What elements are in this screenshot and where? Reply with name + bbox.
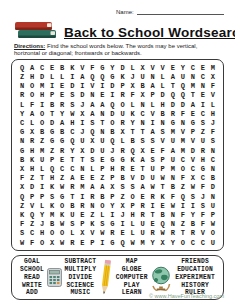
grid-cell: R bbox=[138, 201, 148, 210]
grid-cell: L bbox=[17, 100, 27, 109]
word-item: MULTIPLY bbox=[64, 266, 96, 274]
grid-cell: W bbox=[148, 183, 158, 192]
grid-cell: N bbox=[138, 118, 148, 127]
grid-cell: V bbox=[198, 229, 208, 238]
grid-cell: L bbox=[148, 100, 158, 109]
grid-cell: F bbox=[208, 128, 218, 137]
grid-cell: W bbox=[97, 229, 107, 238]
grid-cell: E bbox=[198, 63, 208, 72]
grid-cell: Z bbox=[47, 146, 57, 155]
grid-cell: A bbox=[87, 109, 97, 118]
grid-cell: P bbox=[158, 155, 168, 164]
grid-cell: Q bbox=[87, 128, 97, 137]
grid-cell: R bbox=[107, 229, 117, 238]
grid-cell: V bbox=[158, 137, 168, 146]
grid-cell: F bbox=[168, 192, 178, 201]
grid-cell: T bbox=[168, 82, 178, 91]
word-item: LEARN bbox=[122, 289, 142, 297]
grid-cell: A bbox=[148, 128, 158, 137]
grid-cell: C bbox=[67, 128, 77, 137]
grid-cell: G bbox=[97, 63, 107, 72]
word-item: HISTORY bbox=[181, 282, 209, 290]
grid-cell: Y bbox=[57, 109, 67, 118]
grid-cell: I bbox=[118, 220, 128, 229]
grid-cell: R bbox=[188, 229, 198, 238]
grid-cell: H bbox=[67, 118, 77, 127]
grid-box: QACEBKVFGYDLXVVEYCEMZHDLLIAQQGKJUNLAUNCX… bbox=[11, 59, 224, 251]
grid-cell: Y bbox=[148, 238, 158, 247]
grid-cell: P bbox=[128, 201, 138, 210]
grid-cell: P bbox=[107, 192, 117, 201]
grid-cell: W bbox=[168, 201, 178, 210]
grid-cell: T bbox=[138, 164, 148, 173]
name-row: Name: bbox=[116, 7, 224, 15]
grid-cell: B bbox=[47, 100, 57, 109]
grid-cell: Y bbox=[107, 201, 117, 210]
grid-cell: I bbox=[188, 201, 198, 210]
grid-cell: E bbox=[188, 109, 198, 118]
grid-cell: H bbox=[27, 164, 37, 173]
grid-cell: C bbox=[27, 229, 37, 238]
grid-cell: M bbox=[37, 146, 47, 155]
grid-cell: E bbox=[158, 201, 168, 210]
grid-cell: U bbox=[148, 174, 158, 183]
grid-cell: K bbox=[87, 220, 97, 229]
grid-cell: L bbox=[158, 72, 168, 81]
grid-cell: S bbox=[148, 137, 158, 146]
grid-cell: G bbox=[107, 220, 117, 229]
grid-cell: A bbox=[148, 82, 158, 91]
grid-cell: W bbox=[158, 174, 168, 183]
word-item: DIVIDE bbox=[68, 274, 92, 282]
grid-cell: S bbox=[67, 91, 77, 100]
grid-cell: Y bbox=[107, 63, 117, 72]
grid-cell: I bbox=[77, 192, 87, 201]
grid-cell: T bbox=[148, 210, 158, 219]
grid-cell: G bbox=[57, 137, 67, 146]
grid-cell: G bbox=[198, 164, 208, 173]
grid-cell: S bbox=[47, 192, 57, 201]
grid-cell: P bbox=[77, 220, 87, 229]
grid-cell: X bbox=[138, 146, 148, 155]
grid-cell: Q bbox=[87, 72, 97, 81]
grid-cell: G bbox=[47, 128, 57, 137]
word-item: WRITE bbox=[22, 282, 42, 290]
grid-cell: D bbox=[118, 63, 128, 72]
grid-cell: Z bbox=[37, 137, 47, 146]
grid-cell: I bbox=[37, 183, 47, 192]
grid-cell: Z bbox=[97, 174, 107, 183]
grid-cell: R bbox=[118, 91, 128, 100]
grid-cell: F bbox=[27, 100, 37, 109]
grid-cell: N bbox=[178, 118, 188, 127]
grid-cell: A bbox=[168, 72, 178, 81]
grid-cell: P bbox=[27, 192, 37, 201]
grid-cell: Z bbox=[87, 210, 97, 219]
word-item: FRIENDS bbox=[181, 258, 209, 266]
grid-cell: X bbox=[118, 128, 128, 137]
grid-cell: F bbox=[178, 210, 188, 219]
grid-cell: S bbox=[67, 100, 77, 109]
grid-cell: T bbox=[158, 183, 168, 192]
grid-cell: F bbox=[17, 174, 27, 183]
grid-cell: D bbox=[47, 118, 57, 127]
grid-cell: F bbox=[158, 146, 168, 155]
grid-cell: H bbox=[128, 210, 138, 219]
grid-cell: U bbox=[168, 137, 178, 146]
grid-cell: O bbox=[128, 192, 138, 201]
grid-cell: X bbox=[138, 91, 148, 100]
grid-cell: A bbox=[138, 183, 148, 192]
grid-cell: E bbox=[168, 63, 178, 72]
grid-cell: B bbox=[158, 109, 168, 118]
grid-cell: H bbox=[27, 146, 37, 155]
grid-cell: M bbox=[178, 146, 188, 155]
grid-cell: R bbox=[27, 137, 37, 146]
grid-cell: X bbox=[158, 238, 168, 247]
grid-cell: E bbox=[148, 220, 158, 229]
grid-cell: N bbox=[168, 210, 178, 219]
grid-cell: K bbox=[17, 210, 27, 219]
grid-cell: G bbox=[107, 72, 117, 81]
grid-cell: I bbox=[178, 201, 188, 210]
grid-cell: F bbox=[17, 220, 27, 229]
grid-cell: A bbox=[188, 100, 198, 109]
grid-cell: Y bbox=[188, 210, 198, 219]
grid-cell: J bbox=[128, 72, 138, 81]
grid-cell: R bbox=[67, 238, 77, 247]
grid-cell: C bbox=[138, 109, 148, 118]
grid-cell: U bbox=[198, 137, 208, 146]
grid-cell: C bbox=[188, 63, 198, 72]
grid-cell: O bbox=[97, 201, 107, 210]
grid-cell: M bbox=[47, 210, 57, 219]
grid-cell: K bbox=[158, 192, 168, 201]
grid-cell: B bbox=[168, 183, 178, 192]
grid-cell: Q bbox=[178, 91, 188, 100]
grid-cell: S bbox=[17, 229, 27, 238]
grid-cell: A bbox=[97, 100, 107, 109]
grid-cell: O bbox=[37, 118, 47, 127]
grid-cell: W bbox=[67, 109, 77, 118]
grid-cell: C bbox=[178, 155, 188, 164]
grid-cell: Z bbox=[118, 192, 128, 201]
grid-cell: S bbox=[128, 183, 138, 192]
grid-cell: L bbox=[87, 164, 97, 173]
grid-cell: R bbox=[168, 109, 178, 118]
grid-cell: R bbox=[17, 91, 27, 100]
grid-cell: X bbox=[17, 164, 27, 173]
grid-cell: P bbox=[87, 238, 97, 247]
grid-cell: W bbox=[57, 220, 67, 229]
grid-cell: W bbox=[57, 238, 67, 247]
grid-cell: G bbox=[47, 137, 57, 146]
grid-cell: S bbox=[158, 128, 168, 137]
grid-cell: U bbox=[178, 72, 188, 81]
grid-cell: L bbox=[128, 220, 138, 229]
grid-cell: C bbox=[17, 118, 27, 127]
grid-cell: S bbox=[87, 155, 97, 164]
grid-cell: R bbox=[168, 229, 178, 238]
grid-cell: F bbox=[87, 63, 97, 72]
grid-cell: C bbox=[188, 238, 198, 247]
books-icon bbox=[14, 17, 58, 41]
word-column-3: MAPGLOBECOMPUTERPLAYLEARN bbox=[116, 258, 148, 297]
grid-cell: R bbox=[87, 192, 97, 201]
grid-cell: Z bbox=[17, 201, 27, 210]
grid-cell: O bbox=[27, 82, 37, 91]
grid-cell: Z bbox=[27, 220, 37, 229]
grid-cell: P bbox=[97, 164, 107, 173]
grid-cell: M bbox=[188, 82, 198, 91]
grid-cell: T bbox=[47, 109, 57, 118]
grid-cell: D bbox=[138, 174, 148, 183]
grid-cell: G bbox=[118, 155, 128, 164]
word-item: PLAY bbox=[124, 282, 140, 290]
grid-cell: Q bbox=[27, 210, 37, 219]
word-item: SCIENCE bbox=[66, 282, 94, 290]
page-title: Back to School Wordsearch bbox=[64, 25, 235, 40]
grid-cell: F bbox=[198, 220, 208, 229]
grid-cell: E bbox=[128, 164, 138, 173]
grid-cell: I bbox=[148, 201, 158, 210]
grid-cell: L bbox=[97, 210, 107, 219]
word-item: SUBTRACT bbox=[64, 258, 96, 266]
grid-cell: E bbox=[47, 63, 57, 72]
grid-cell: U bbox=[97, 146, 107, 155]
grid-cell: K bbox=[128, 109, 138, 118]
grid-cell: B bbox=[67, 201, 77, 210]
word-column-4: FRIENDSEDUCATIONEXPERIMENTHISTORYRULER bbox=[175, 258, 215, 297]
grid-cell: Z bbox=[57, 174, 67, 183]
grid-cell: U bbox=[208, 238, 218, 247]
grid-cell: U bbox=[168, 155, 178, 164]
grid-cell: E bbox=[87, 174, 97, 183]
grid-cell: S bbox=[148, 155, 158, 164]
grid-cell: R bbox=[57, 100, 67, 109]
grid-cell: C bbox=[198, 109, 208, 118]
grid-cell: A bbox=[87, 183, 97, 192]
grid-cell: A bbox=[27, 109, 37, 118]
grid-cell: F bbox=[198, 210, 208, 219]
grid-cell: Q bbox=[118, 238, 128, 247]
grid-cell: T bbox=[178, 229, 188, 238]
word-item: EXPERIMENT bbox=[175, 274, 215, 282]
grid-cell: H bbox=[107, 164, 117, 173]
grid-cell: D bbox=[67, 82, 77, 91]
grid-cell: X bbox=[87, 137, 97, 146]
word-item: READ bbox=[24, 274, 40, 282]
grid-cell: V bbox=[87, 229, 97, 238]
grid-cell: I bbox=[97, 238, 107, 247]
calculator-icon bbox=[47, 268, 62, 287]
grid-cell: H bbox=[198, 155, 208, 164]
grid-cell: B bbox=[188, 220, 198, 229]
grid-cell: E bbox=[77, 210, 87, 219]
grid-cell: C bbox=[67, 164, 77, 173]
grid-cell: V bbox=[148, 63, 158, 72]
grid-cell: W bbox=[17, 238, 27, 247]
grid-cell: O bbox=[37, 109, 47, 118]
grid-cell: C bbox=[198, 72, 208, 81]
grid-cell: F bbox=[178, 109, 188, 118]
grid-cell: S bbox=[138, 137, 148, 146]
grid-cell: D bbox=[178, 100, 188, 109]
grid-cell: M bbox=[208, 63, 218, 72]
grid-cell: E bbox=[77, 238, 87, 247]
grid-cell: D bbox=[107, 109, 117, 118]
grid-cell: G bbox=[17, 146, 27, 155]
grid-cell: L bbox=[47, 72, 57, 81]
grid-cell: I bbox=[97, 82, 107, 91]
grid-cell: N bbox=[138, 100, 148, 109]
grid-cell: S bbox=[198, 201, 208, 210]
grid-cell: A bbox=[138, 155, 148, 164]
grid-cell: Y bbox=[168, 238, 178, 247]
grid-cell: N bbox=[87, 91, 97, 100]
grid-cell: W bbox=[208, 220, 218, 229]
grid-cell: S bbox=[97, 220, 107, 229]
grid-cell: N bbox=[97, 109, 107, 118]
grid-cell: X bbox=[77, 146, 87, 155]
word-item: GLOBE bbox=[122, 266, 142, 274]
grid-cell: P bbox=[47, 91, 57, 100]
grid-cell: C bbox=[37, 63, 47, 72]
grid-cell: P bbox=[188, 128, 198, 137]
grid-cell: M bbox=[168, 128, 178, 137]
grid-cell: R bbox=[77, 201, 87, 210]
grid-cell: Y bbox=[178, 63, 188, 72]
grid-cell: Q bbox=[128, 146, 138, 155]
grid-cell: N bbox=[168, 220, 178, 229]
grid-cell: L bbox=[37, 164, 47, 173]
grid-cell: B bbox=[57, 128, 67, 137]
word-column-1: GOALSCHOOLREADWRITEADD bbox=[20, 258, 44, 297]
grid-cell: D bbox=[37, 72, 47, 81]
grid-cell: B bbox=[128, 137, 138, 146]
grid-cell: B bbox=[57, 63, 67, 72]
grid-cell: R bbox=[57, 146, 67, 155]
grid-cell: J bbox=[208, 118, 218, 127]
grid-cell: R bbox=[118, 146, 128, 155]
grid-cell: Q bbox=[107, 137, 117, 146]
grid-cell: I bbox=[107, 91, 117, 100]
grid-cell: F bbox=[208, 82, 218, 91]
grid-cell: E bbox=[77, 174, 87, 183]
grid-cell: C bbox=[198, 238, 208, 247]
grid-cell: J bbox=[77, 100, 87, 109]
grid-cell: H bbox=[37, 229, 47, 238]
grid-cell: Y bbox=[17, 109, 27, 118]
grid-cell: J bbox=[77, 128, 87, 137]
grid-cell: U bbox=[138, 72, 148, 81]
grid-cell: X bbox=[27, 128, 37, 137]
grid-cell: D bbox=[107, 82, 117, 91]
grid-cell: B bbox=[107, 128, 117, 137]
grid-cell: W bbox=[188, 183, 198, 192]
grid-cell: R bbox=[118, 118, 128, 127]
grid-cell: V bbox=[148, 109, 158, 118]
grid-cell: B bbox=[138, 82, 148, 91]
grid-cell: R bbox=[118, 164, 128, 173]
grid-cell: X bbox=[17, 183, 27, 192]
grid-cell: K bbox=[128, 155, 138, 164]
word-column-2: SUBTRACTMULTIPLYDIVIDESCIENCEMUSIC bbox=[64, 258, 96, 297]
grid-cell: O bbox=[178, 238, 188, 247]
grid-cell: F bbox=[27, 238, 37, 247]
grid-cell: J bbox=[37, 220, 47, 229]
grid-cell: G bbox=[107, 238, 117, 247]
grid-cell: H bbox=[208, 109, 218, 118]
grid-cell: A bbox=[97, 183, 107, 192]
grid-cell: L bbox=[158, 82, 168, 91]
grid-cell: K bbox=[118, 72, 128, 81]
word-item: ADD bbox=[26, 289, 38, 297]
grid-cell: X bbox=[128, 82, 138, 91]
grid-cell: H bbox=[37, 91, 47, 100]
grid-cell: A bbox=[67, 174, 77, 183]
grid-cell: V bbox=[158, 63, 168, 72]
grid-cell: P bbox=[37, 192, 47, 201]
grid-cell: V bbox=[128, 174, 138, 183]
grid-cell: D bbox=[27, 183, 37, 192]
grid-cell: T bbox=[188, 91, 198, 100]
grid-cell: P bbox=[107, 174, 117, 183]
grid-cell: N bbox=[97, 128, 107, 137]
grid-cell: D bbox=[208, 183, 218, 192]
grid-cell: N bbox=[158, 118, 168, 127]
grid-cell: N bbox=[188, 72, 198, 81]
grid-cell: X bbox=[118, 201, 128, 210]
grid-cell: Y bbox=[37, 210, 47, 219]
grid-cell: X bbox=[77, 109, 87, 118]
grid-cell: U bbox=[77, 137, 87, 146]
grid-cell: K bbox=[47, 201, 57, 210]
grid-cell: V bbox=[27, 201, 37, 210]
globe-icon bbox=[150, 265, 172, 291]
grid-cell: T bbox=[77, 155, 87, 164]
grid-cell: W bbox=[128, 238, 138, 247]
grid-cell: Q bbox=[17, 192, 27, 201]
grid-cell: Z bbox=[178, 183, 188, 192]
grid-cell: N bbox=[17, 137, 27, 146]
grid-cell: L bbox=[128, 63, 138, 72]
grid-cell: X bbox=[107, 183, 117, 192]
word-item: SCHOOL bbox=[20, 266, 44, 274]
grid-cell: I bbox=[77, 82, 87, 91]
word-item: GOAL bbox=[24, 258, 40, 266]
grid-cell: X bbox=[77, 229, 87, 238]
grid-cell: Y bbox=[128, 118, 138, 127]
grid-cell: E bbox=[57, 91, 67, 100]
word-item: MUSIC bbox=[70, 289, 90, 297]
grid-cell: T bbox=[37, 174, 47, 183]
grid-cell: R bbox=[148, 192, 158, 201]
grid-cell: M bbox=[37, 82, 47, 91]
grid-cell: P bbox=[47, 155, 57, 164]
grid-cell: P bbox=[148, 91, 158, 100]
grid-cell: S bbox=[208, 137, 218, 146]
grid-cell: A bbox=[57, 118, 67, 127]
grid-cell: U bbox=[138, 220, 148, 229]
grid-cell: U bbox=[37, 155, 47, 164]
grid-cell: G bbox=[57, 192, 67, 201]
grid-cell: V bbox=[77, 63, 87, 72]
grid-cell: U bbox=[97, 137, 107, 146]
grid-cell: D bbox=[188, 146, 198, 155]
grid-cell: N bbox=[87, 201, 97, 210]
grid-cell: G bbox=[188, 118, 198, 127]
